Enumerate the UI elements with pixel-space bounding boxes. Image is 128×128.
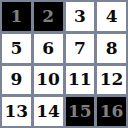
grid-cell-11[interactable]: 11: [66, 66, 95, 95]
grid-cell-2[interactable]: 2: [34, 2, 63, 31]
grid-cell-6[interactable]: 6: [34, 34, 63, 63]
grid-cell-8[interactable]: 8: [97, 34, 126, 63]
grid-cell-12[interactable]: 12: [97, 66, 126, 95]
grid-cell-9[interactable]: 9: [2, 66, 31, 95]
grid-cell-1[interactable]: 1: [2, 2, 31, 31]
grid-cell-7[interactable]: 7: [66, 34, 95, 63]
grid-cell-10[interactable]: 10: [34, 66, 63, 95]
grid-cell-13[interactable]: 13: [2, 97, 31, 126]
grid-cell-14[interactable]: 14: [34, 97, 63, 126]
number-grid-board: 12345678910111213141516: [0, 0, 128, 128]
grid-cell-16[interactable]: 16: [97, 97, 126, 126]
grid-cell-3[interactable]: 3: [66, 2, 95, 31]
grid-cell-4[interactable]: 4: [97, 2, 126, 31]
grid-cell-15[interactable]: 15: [66, 97, 95, 126]
grid-cell-5[interactable]: 5: [2, 34, 31, 63]
